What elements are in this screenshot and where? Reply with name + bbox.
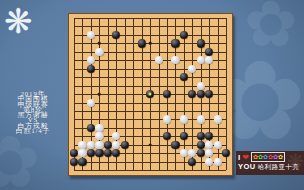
white-stone: [197, 82, 205, 90]
grid-line: [74, 162, 226, 163]
grid-line: [159, 18, 160, 170]
black-stone: [197, 149, 205, 157]
white-stone: [171, 56, 179, 64]
white-stone: [214, 115, 222, 123]
black-stone: [188, 90, 196, 98]
watermark-i: I: [238, 153, 240, 162]
white-stone: [78, 149, 86, 157]
white-stone: [87, 98, 95, 106]
white-stone: [180, 115, 188, 123]
black-stone: [163, 132, 171, 140]
black-stone: [180, 73, 188, 81]
star-point: [149, 42, 152, 45]
black-stone: [112, 149, 120, 157]
white-stone: [197, 115, 205, 123]
white-stone: [205, 158, 213, 166]
black-stone: [171, 141, 179, 149]
grid-line: [226, 18, 227, 170]
white-stone: [87, 56, 95, 64]
watermark-text: 哈利路亚十亮: [258, 162, 299, 171]
grid-line: [184, 18, 185, 170]
white-stone: [205, 141, 213, 149]
black-stone: [180, 31, 188, 39]
black-stone: [180, 132, 188, 140]
game-info-panel: 2019年 中国围棋 甲级联赛 第8轮 黑方谢赫 VS 白方戎毅 白胜1/4子: [1, 92, 65, 134]
black-stone: [163, 90, 171, 98]
white-stone: [154, 56, 162, 64]
watermark-deco: ✿✿✿✿✿✿: [251, 152, 285, 162]
watermark-you: YOU: [238, 162, 256, 171]
white-stone: [214, 141, 222, 149]
white-stone: [87, 31, 95, 39]
grid-line: [74, 170, 226, 171]
black-stone: [87, 65, 95, 73]
black-stone: [188, 158, 196, 166]
black-stone: [205, 90, 213, 98]
white-stone: [112, 132, 120, 140]
white-stone: [163, 115, 171, 123]
white-stone: [205, 56, 213, 64]
heart-icon: ❤: [242, 153, 249, 162]
last-move-marker: [149, 93, 152, 96]
black-stone: [112, 31, 120, 39]
grid-line: [74, 103, 226, 104]
grid-line: [74, 111, 226, 112]
black-stone: [87, 149, 95, 157]
star-point: [149, 143, 152, 146]
black-stone: [70, 158, 78, 166]
white-stone: [95, 132, 103, 140]
deco-flower-icon: ✿: [278, 154, 283, 160]
white-stone: [197, 56, 205, 64]
flower-watermark-icon: ✿: [244, 0, 298, 56]
black-stone: [197, 141, 205, 149]
black-stone: [104, 149, 112, 157]
black-stone: [78, 158, 86, 166]
black-stone: [205, 48, 213, 56]
black-stone: [205, 132, 213, 140]
white-stone: [205, 149, 213, 157]
white-stone: [180, 149, 188, 157]
black-stone: [70, 149, 78, 157]
white-stone: [78, 141, 86, 149]
white-stone: [214, 158, 222, 166]
white-stone: [95, 141, 103, 149]
flower-decoration-icon: ❋: [4, 4, 33, 38]
go-board[interactable]: [68, 13, 233, 176]
screenshot-root: ❋ ❋ ✿ ✿ ✿ 2019年 中国围棋 甲级联赛 第8轮 黑方谢赫 VS 白方…: [0, 0, 304, 190]
black-stone: [146, 90, 154, 98]
star-point: [98, 42, 101, 45]
black-stone: [197, 90, 205, 98]
flower-watermark-icon: ✿: [0, 126, 40, 190]
black-stone: [104, 141, 112, 149]
black-stone: [222, 149, 230, 157]
info-result: 白胜1/4子: [1, 129, 65, 134]
black-stone: [171, 39, 179, 47]
star-point: [98, 93, 101, 96]
black-stone: [197, 39, 205, 47]
black-stone: [138, 39, 146, 47]
black-stone: [197, 132, 205, 140]
white-stone: [188, 149, 196, 157]
black-stone: [87, 124, 95, 132]
white-stone: [95, 48, 103, 56]
watermark: I ❤ ✿✿✿✿✿✿ YOU 哈利路亚十亮: [236, 151, 304, 175]
white-stone: [188, 65, 196, 73]
black-stone: [95, 149, 103, 157]
black-stone: [121, 141, 129, 149]
white-stone: [95, 124, 103, 132]
white-stone: [112, 141, 120, 149]
white-stone: [87, 141, 95, 149]
